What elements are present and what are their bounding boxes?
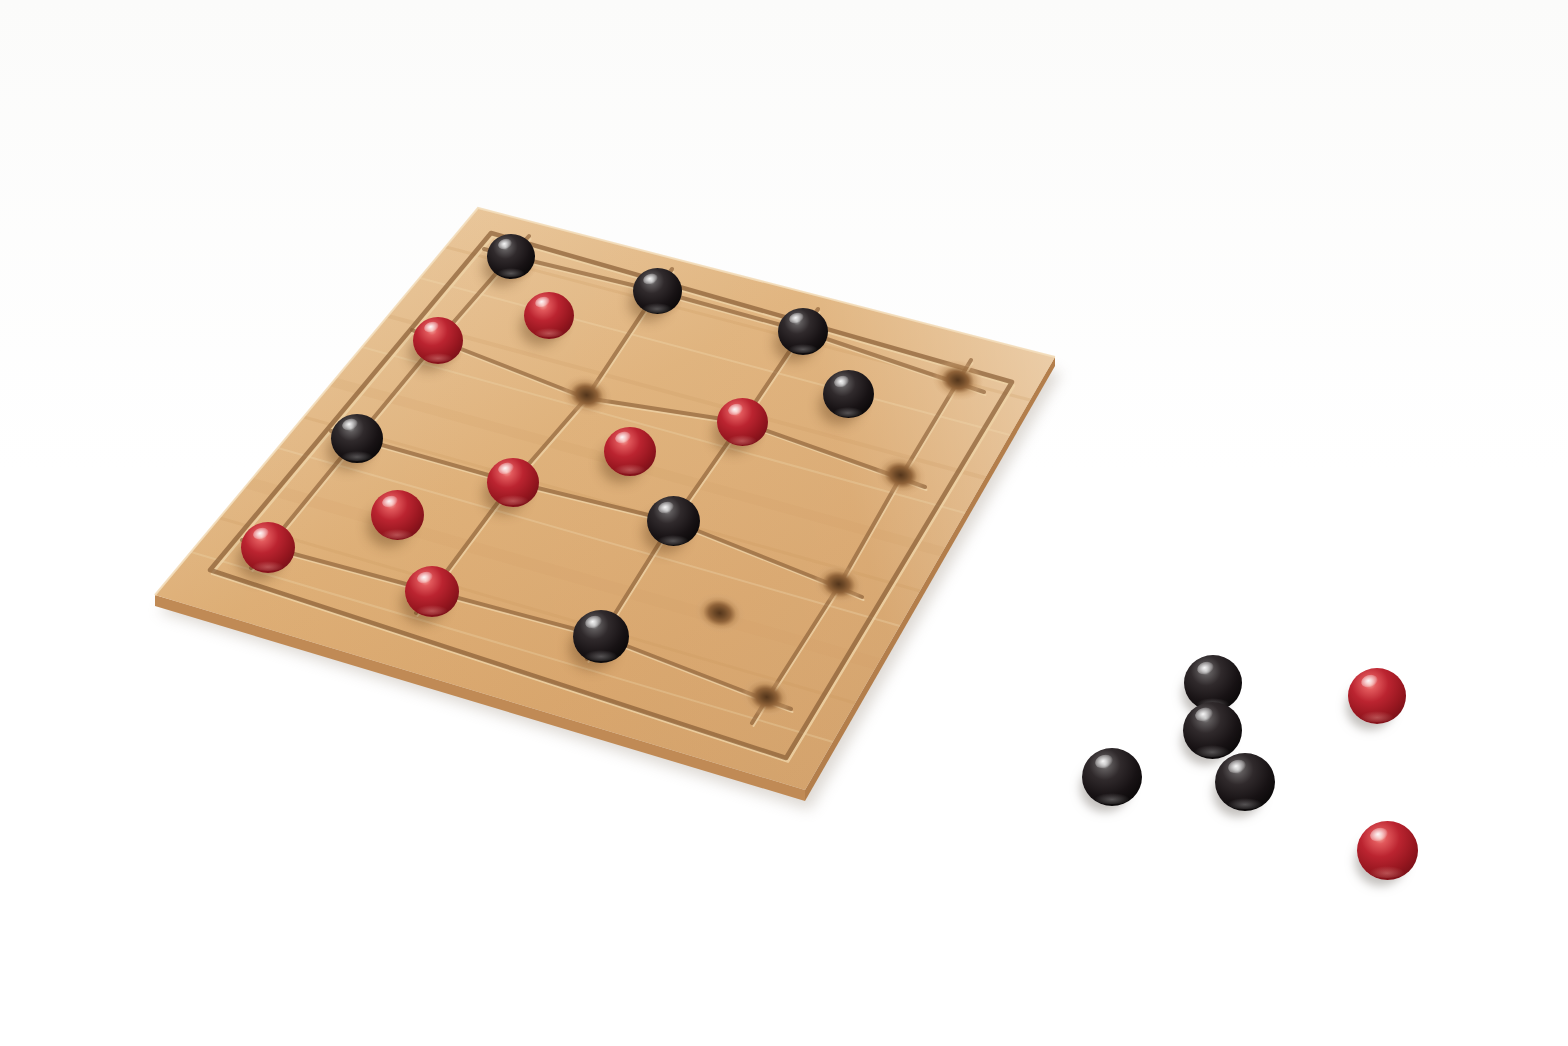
loose-marble-black-3[interactable] [1082, 748, 1142, 806]
marble-red-o-r2c1[interactable] [487, 458, 539, 507]
marble-black-o-r3c2[interactable] [573, 610, 629, 663]
loose-marble-black-2[interactable] [1183, 702, 1242, 759]
marble-black-o-r0c2[interactable] [778, 308, 828, 355]
game-board [0, 0, 1568, 1046]
marble-red-o-r1c2[interactable] [717, 398, 768, 446]
marble-red-x-bottom-left[interactable] [371, 490, 424, 540]
marble-red-o-r3c1[interactable] [405, 566, 459, 617]
marble-red-x-top-left[interactable] [524, 292, 574, 339]
marble-black-o-r0c0[interactable] [487, 234, 535, 279]
marble-black-o-r2c2[interactable] [647, 496, 700, 546]
photo-scene [0, 0, 1568, 1046]
loose-marble-black-4[interactable] [1215, 753, 1275, 811]
loose-marble-red-6[interactable] [1357, 821, 1418, 880]
marble-black-o-r2c0[interactable] [331, 414, 383, 463]
marble-black-x-top-right[interactable] [823, 370, 874, 418]
marble-red-x-center[interactable] [604, 427, 656, 476]
loose-marble-red-5[interactable] [1348, 668, 1406, 724]
marble-red-o-r1c0[interactable] [413, 317, 463, 364]
marble-red-o-r3c0[interactable] [241, 522, 295, 573]
marble-black-o-r0c1[interactable] [633, 268, 682, 314]
